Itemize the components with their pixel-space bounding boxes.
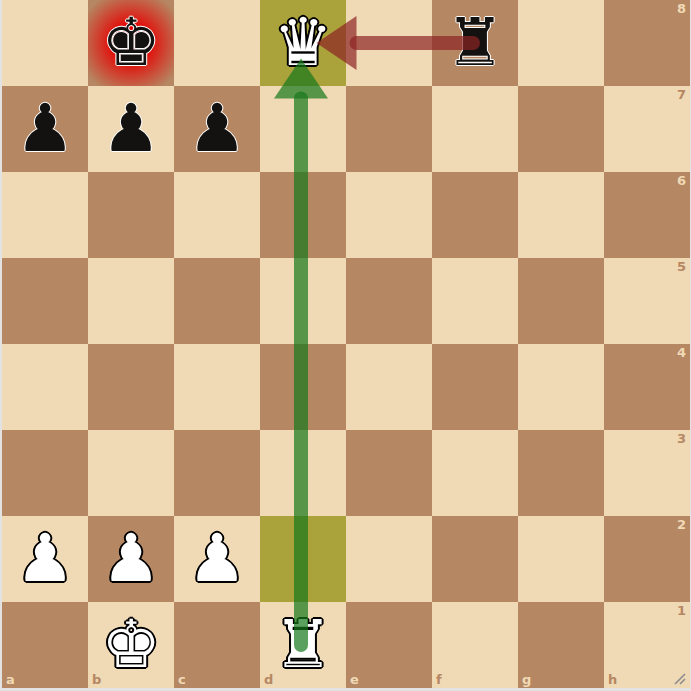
square-g4[interactable] — [518, 344, 604, 430]
square-b3[interactable] — [88, 430, 174, 516]
square-b2[interactable]: ♟ — [88, 516, 174, 602]
square-d5[interactable] — [260, 258, 346, 344]
square-c6[interactable] — [174, 172, 260, 258]
coord-rank-5: 5 — [677, 259, 686, 274]
square-c5[interactable] — [174, 258, 260, 344]
square-d2[interactable] — [260, 516, 346, 602]
square-g7[interactable] — [518, 86, 604, 172]
square-a5[interactable] — [2, 258, 88, 344]
square-d4[interactable] — [260, 344, 346, 430]
square-f3[interactable] — [432, 430, 518, 516]
square-f6[interactable] — [432, 172, 518, 258]
coord-rank-3: 3 — [677, 431, 686, 446]
coord-rank-6: 6 — [677, 173, 686, 188]
coord-rank-2: 2 — [677, 517, 686, 532]
square-h4[interactable]: 4 — [604, 344, 690, 430]
square-h3[interactable]: 3 — [604, 430, 690, 516]
square-e4[interactable] — [346, 344, 432, 430]
square-c4[interactable] — [174, 344, 260, 430]
square-g6[interactable] — [518, 172, 604, 258]
square-a7[interactable]: ♟ — [2, 86, 88, 172]
square-h8[interactable]: 8 — [604, 0, 690, 86]
square-g1[interactable]: g — [518, 602, 604, 688]
square-b8[interactable]: ♚ — [88, 0, 174, 86]
square-e1[interactable]: e — [346, 602, 432, 688]
square-h5[interactable]: 5 — [604, 258, 690, 344]
square-c3[interactable] — [174, 430, 260, 516]
piece-black-pawn[interactable]: ♟ — [187, 86, 246, 172]
square-e7[interactable] — [346, 86, 432, 172]
piece-black-pawn[interactable]: ♟ — [101, 86, 160, 172]
square-f2[interactable] — [432, 516, 518, 602]
square-b5[interactable] — [88, 258, 174, 344]
square-a8[interactable] — [2, 0, 88, 86]
piece-black-king[interactable]: ♚ — [101, 0, 160, 86]
resize-handle-icon[interactable] — [672, 671, 688, 687]
square-c7[interactable]: ♟ — [174, 86, 260, 172]
square-e3[interactable] — [346, 430, 432, 516]
square-c1[interactable]: c — [174, 602, 260, 688]
coord-file-e: e — [350, 672, 359, 687]
square-e8[interactable] — [346, 0, 432, 86]
square-a4[interactable] — [2, 344, 88, 430]
square-g3[interactable] — [518, 430, 604, 516]
square-b1[interactable]: b♚ — [88, 602, 174, 688]
square-h6[interactable]: 6 — [604, 172, 690, 258]
coord-rank-4: 4 — [677, 345, 686, 360]
square-a1[interactable]: a — [2, 602, 88, 688]
square-a3[interactable] — [2, 430, 88, 516]
piece-black-pawn[interactable]: ♟ — [15, 86, 74, 172]
coord-file-g: g — [522, 672, 531, 687]
square-c8[interactable] — [174, 0, 260, 86]
square-a2[interactable]: ♟ — [2, 516, 88, 602]
square-f8[interactable]: ♜ — [432, 0, 518, 86]
square-e5[interactable] — [346, 258, 432, 344]
square-d7[interactable] — [260, 86, 346, 172]
coord-file-a: a — [6, 672, 15, 687]
square-h7[interactable]: 7 — [604, 86, 690, 172]
square-d1[interactable]: d♜ — [260, 602, 346, 688]
coord-file-d: d — [264, 672, 273, 687]
coord-file-h: h — [608, 672, 617, 687]
square-f4[interactable] — [432, 344, 518, 430]
coord-file-b: b — [92, 672, 101, 687]
coord-rank-7: 7 — [677, 87, 686, 102]
square-b6[interactable] — [88, 172, 174, 258]
square-e2[interactable] — [346, 516, 432, 602]
coord-rank-8: 8 — [677, 1, 686, 16]
piece-white-rook[interactable]: ♜ — [273, 602, 332, 688]
square-d3[interactable] — [260, 430, 346, 516]
square-f5[interactable] — [432, 258, 518, 344]
piece-black-rook[interactable]: ♜ — [445, 0, 504, 86]
square-b4[interactable] — [88, 344, 174, 430]
square-f7[interactable] — [432, 86, 518, 172]
square-a6[interactable] — [2, 172, 88, 258]
square-c2[interactable]: ♟ — [174, 516, 260, 602]
coord-rank-1: 1 — [677, 603, 686, 618]
piece-white-pawn[interactable]: ♟ — [15, 516, 74, 602]
chess-board: ♚♛♜8♟♟♟76543♟♟♟2ab♚cd♜efgh1 — [2, 0, 690, 688]
piece-white-pawn[interactable]: ♟ — [187, 516, 246, 602]
square-d6[interactable] — [260, 172, 346, 258]
square-b7[interactable]: ♟ — [88, 86, 174, 172]
piece-white-pawn[interactable]: ♟ — [101, 516, 160, 602]
piece-white-queen[interactable]: ♛ — [273, 0, 332, 86]
square-g8[interactable] — [518, 0, 604, 86]
square-f1[interactable]: f — [432, 602, 518, 688]
square-g5[interactable] — [518, 258, 604, 344]
square-d8[interactable]: ♛ — [260, 0, 346, 86]
piece-white-king[interactable]: ♚ — [101, 602, 160, 688]
square-h2[interactable]: 2 — [604, 516, 690, 602]
coord-file-c: c — [178, 672, 186, 687]
square-e6[interactable] — [346, 172, 432, 258]
square-g2[interactable] — [518, 516, 604, 602]
coord-file-f: f — [436, 672, 442, 687]
